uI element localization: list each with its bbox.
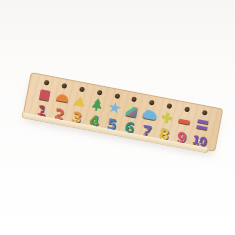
number-dots xyxy=(41,109,43,111)
number-piece-10[interactable]: 10 xyxy=(191,131,208,149)
number-dots xyxy=(76,116,78,118)
number-dots xyxy=(111,123,113,125)
number-piece-1[interactable]: 1 xyxy=(36,102,48,119)
number-piece-7[interactable]: 7 xyxy=(141,122,153,139)
number-piece-5[interactable]: 5 xyxy=(106,115,118,132)
number-dots xyxy=(129,126,131,128)
number-piece-8[interactable]: 8 xyxy=(158,125,170,142)
semicircle-piece[interactable] xyxy=(56,93,69,102)
number-piece-4[interactable]: 4 xyxy=(88,112,100,129)
star-piece[interactable] xyxy=(107,101,122,115)
number-piece-3[interactable]: 3 xyxy=(71,108,83,125)
picture-block-piece[interactable] xyxy=(126,105,139,117)
number-dots xyxy=(94,119,96,121)
number-dots xyxy=(181,136,183,138)
peg-hole-5 xyxy=(114,93,120,99)
puzzle-board: 1 2 3 4 5 6 7 8 9 10 xyxy=(23,72,224,152)
number-dots xyxy=(198,139,200,141)
number-piece-9[interactable]: 9 xyxy=(176,128,188,145)
number-piece-2[interactable]: 2 xyxy=(53,105,65,122)
square-piece[interactable] xyxy=(39,89,51,101)
minus-sign-piece[interactable] xyxy=(178,118,191,124)
peg-hole-10 xyxy=(201,110,207,116)
tree-piece[interactable] xyxy=(90,97,104,112)
number-dots xyxy=(164,133,166,135)
triangle-piece[interactable] xyxy=(73,95,87,107)
peg-hole-8 xyxy=(166,103,172,109)
peg-hole-2 xyxy=(62,83,68,89)
equals-sign-piece[interactable] xyxy=(196,119,208,130)
flower-piece[interactable] xyxy=(161,111,174,124)
peg-hole-1 xyxy=(44,80,50,86)
peg-hole-3 xyxy=(79,86,85,92)
peg-hole-4 xyxy=(97,90,103,96)
peg-hole-9 xyxy=(184,107,190,113)
peg-hole-7 xyxy=(149,100,155,106)
number-dots xyxy=(59,113,61,115)
cloud-piece[interactable] xyxy=(142,112,157,121)
peg-hole-6 xyxy=(132,96,138,102)
product-photo: 1 2 3 4 5 6 7 8 9 10 xyxy=(0,0,235,235)
number-dots xyxy=(146,129,148,131)
number-piece-6[interactable]: 6 xyxy=(123,118,135,135)
